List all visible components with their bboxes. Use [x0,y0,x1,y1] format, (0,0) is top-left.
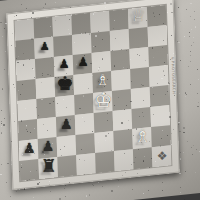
square-h5 [149,65,169,87]
square-c2 [57,135,77,157]
square-e1 [95,151,115,173]
square-c8 [52,15,72,37]
square-f5 [111,69,131,91]
square-e7 [91,31,111,53]
square-a5 [17,79,37,101]
square-f8 [109,9,129,31]
square-g7 [129,27,149,49]
piece-wK-e4: ♔ [94,90,112,110]
square-a3 [18,119,38,141]
square-b6 [35,57,55,79]
piece-bP-d6: ♟ [77,57,88,69]
square-g5 [130,67,150,89]
square-c1 [57,155,77,177]
piece-wQ-g8: ♕ [131,8,145,24]
photo-scene: ♕♟♟♟♚♗♔♟♟♟♗♜❖ ©PHOTOSEARCH [0,0,200,200]
square-g4 [131,87,151,109]
square-f4 [112,89,132,111]
square-f1 [114,149,134,171]
square-d4 [74,93,94,115]
square-f7 [110,29,130,51]
square-b5 [36,77,56,99]
square-b3 [37,117,57,139]
piece-bP-a2: ♟ [22,141,35,155]
square-b8 [34,17,54,39]
square-a4 [17,99,37,121]
piece-bP-b7: ♟ [39,41,49,52]
square-g1 [133,147,153,169]
square-h3 [150,105,170,127]
square-d7 [72,33,92,55]
square-h2 [151,125,171,147]
square-d3 [75,113,95,135]
square-c3: ♟ [56,115,76,137]
square-b7: ♟ [34,37,54,59]
piece-bP-c6: ♟ [58,58,69,70]
square-e8 [90,11,110,33]
square-h1: ❖ [152,145,172,167]
square-d1 [76,153,96,175]
square-g2: ♗ [132,127,152,149]
square-h6 [148,45,168,67]
edge-watermark-text: ©PHOTOSEARCH [171,56,176,94]
square-c7 [53,35,73,57]
piece-bR-b1: ♜ [40,157,56,175]
square-h4 [150,85,170,107]
corner-ornament-icon: ❖ [156,150,167,162]
square-a8 [15,19,35,41]
piece-bP-c3: ♟ [60,117,73,131]
chess-board: ♕♟♟♟♚♗♔♟♟♟♗♜❖ [15,5,172,181]
square-d2 [76,133,96,155]
square-e4: ♔ [93,91,113,113]
square-h8 [147,5,167,27]
piece-wB-e5: ♗ [95,73,108,88]
square-d8 [71,13,91,35]
square-a7 [15,39,35,61]
square-b4 [36,97,56,119]
square-f2 [113,129,133,151]
square-e3 [94,111,114,133]
square-c5: ♚ [55,75,75,97]
square-a2: ♟ [19,139,39,161]
square-f6 [110,49,130,71]
board-frame: ♕♟♟♟♚♗♔♟♟♟♗♜❖ ©PHOTOSEARCH [6,0,179,190]
square-g6 [129,47,149,69]
square-b1: ♜ [38,157,58,179]
piece-bK-c5: ♚ [56,74,73,93]
square-h7 [148,25,168,47]
square-c4 [55,95,75,117]
square-a6 [16,59,36,81]
square-f3 [113,109,133,131]
square-d5 [73,73,93,95]
piece-wB-g2: ♗ [134,127,150,145]
square-d6: ♟ [73,53,93,75]
square-e2 [94,131,114,153]
piece-bP-b2: ♟ [41,139,54,153]
square-g8: ♕ [128,7,148,29]
square-a1 [20,159,40,181]
